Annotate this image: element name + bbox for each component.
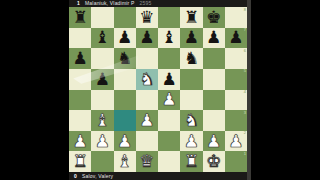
- piece-wB-b3[interactable]: ♝: [91, 110, 113, 131]
- square-f8[interactable]: ♜: [180, 7, 202, 28]
- square-a6[interactable]: ♟: [69, 48, 91, 69]
- square-g7[interactable]: ♟: [203, 28, 225, 49]
- square-e2[interactable]: [158, 131, 180, 152]
- square-g3[interactable]: [203, 110, 225, 131]
- square-f2[interactable]: ♟: [180, 131, 202, 152]
- piece-bP-b5[interactable]: ♟: [91, 69, 113, 90]
- square-d2[interactable]: [136, 131, 158, 152]
- piece-wP-e4[interactable]: ♟: [158, 90, 180, 111]
- piece-wQ-d1[interactable]: ♛: [136, 151, 158, 172]
- piece-wK-g1[interactable]: ♚: [203, 151, 225, 172]
- square-d4[interactable]: [136, 90, 158, 111]
- square-g2[interactable]: ♟: [203, 131, 225, 152]
- rank-label-4: 4: [244, 90, 246, 94]
- square-c4[interactable]: [114, 90, 136, 111]
- square-e6[interactable]: [158, 48, 180, 69]
- square-d6[interactable]: [136, 48, 158, 69]
- square-f7[interactable]: ♟: [180, 28, 202, 49]
- piece-bB-b7[interactable]: ♝: [91, 28, 113, 49]
- piece-wP-f2[interactable]: ♟: [180, 131, 202, 152]
- square-b5[interactable]: ♟: [91, 69, 113, 90]
- square-a3[interactable]: [69, 110, 91, 131]
- rank-label-3: 3: [244, 111, 246, 115]
- piece-bK-g8[interactable]: ♚: [203, 7, 225, 28]
- video-frame: 1 Malaniuk, Vladimir P 2595 ♜♛♜♚8♝♟♟♝♟♟7…: [0, 0, 320, 180]
- square-e1[interactable]: [158, 151, 180, 172]
- square-e8[interactable]: [158, 7, 180, 28]
- square-e4[interactable]: ♟: [158, 90, 180, 111]
- piece-wN-d5[interactable]: ♞: [136, 69, 158, 90]
- square-e5[interactable]: ♟: [158, 69, 180, 90]
- piece-bP-c7[interactable]: ♟: [114, 28, 136, 49]
- piece-wR-a1[interactable]: ♜: [69, 151, 91, 172]
- square-g8[interactable]: ♚: [203, 7, 225, 28]
- bottom-player-name: Salov, Valery: [82, 173, 113, 180]
- square-f4[interactable]: [180, 90, 202, 111]
- square-c8[interactable]: [114, 7, 136, 28]
- piece-wP-c2[interactable]: ♟: [114, 131, 136, 152]
- top-player-score: 1: [77, 0, 85, 7]
- piece-bP-g7[interactable]: ♟: [203, 28, 225, 49]
- square-c2[interactable]: ♟: [114, 131, 136, 152]
- piece-wP-g2[interactable]: ♟: [203, 131, 225, 152]
- rank-label-5: 5: [244, 69, 246, 73]
- rank-label-1: 1: [244, 152, 246, 156]
- piece-bN-c6[interactable]: ♞: [114, 48, 136, 69]
- square-h6[interactable]: 6: [225, 48, 247, 69]
- square-b1[interactable]: [91, 151, 113, 172]
- square-f6[interactable]: ♞: [180, 48, 202, 69]
- square-a4[interactable]: [69, 90, 91, 111]
- piece-wP-d3[interactable]: ♟: [136, 110, 158, 131]
- square-g6[interactable]: [203, 48, 225, 69]
- piece-wP-b2[interactable]: ♟: [91, 131, 113, 152]
- square-f5[interactable]: [180, 69, 202, 90]
- piece-bR-f8[interactable]: ♜: [180, 7, 202, 28]
- piece-bR-a8[interactable]: ♜: [69, 7, 91, 28]
- square-c1[interactable]: ♝: [114, 151, 136, 172]
- square-a2[interactable]: ♟: [69, 131, 91, 152]
- square-b7[interactable]: ♝: [91, 28, 113, 49]
- piece-bP-e5[interactable]: ♟: [158, 69, 180, 90]
- square-b2[interactable]: ♟: [91, 131, 113, 152]
- piece-bQ-d8[interactable]: ♛: [136, 7, 158, 28]
- chess-board[interactable]: ♜♛♜♚8♝♟♟♝♟♟7♟♟♞♞6♟♞♟5♟4♝♟♞3♟♟♟♟♟2♟♜♝♛♜♚1: [69, 7, 247, 172]
- letterbox-right: [251, 0, 320, 180]
- square-b3[interactable]: ♝: [91, 110, 113, 131]
- piece-bN-f6[interactable]: ♞: [180, 48, 202, 69]
- square-h2[interactable]: 2♟: [225, 131, 247, 152]
- square-a7[interactable]: [69, 28, 91, 49]
- square-f1[interactable]: ♜: [180, 151, 202, 172]
- square-d5[interactable]: ♞: [136, 69, 158, 90]
- piece-wP-h2[interactable]: ♟: [225, 131, 247, 152]
- square-h4[interactable]: 4: [225, 90, 247, 111]
- square-d8[interactable]: ♛: [136, 7, 158, 28]
- square-b6[interactable]: [91, 48, 113, 69]
- bottom-player-score: 0: [74, 173, 82, 180]
- square-d7[interactable]: ♟: [136, 28, 158, 49]
- piece-wB-c1[interactable]: ♝: [114, 151, 136, 172]
- square-h1[interactable]: 1: [225, 151, 247, 172]
- bottom-player-bar: 0 Salov, Valery: [69, 172, 247, 180]
- square-e3[interactable]: [158, 110, 180, 131]
- square-g4[interactable]: [203, 90, 225, 111]
- top-player-rating: 2595: [140, 0, 152, 7]
- piece-bP-a6[interactable]: ♟: [69, 48, 91, 69]
- piece-bP-f7[interactable]: ♟: [180, 28, 202, 49]
- square-h3[interactable]: 3: [225, 110, 247, 131]
- rank-label-8: 8: [244, 8, 246, 12]
- piece-wP-a2[interactable]: ♟: [69, 131, 91, 152]
- piece-bP-d7[interactable]: ♟: [136, 28, 158, 49]
- square-c6[interactable]: ♞: [114, 48, 136, 69]
- video-edge-strip: [247, 0, 251, 180]
- square-g5[interactable]: [203, 69, 225, 90]
- square-h8[interactable]: 8: [225, 7, 247, 28]
- square-c7[interactable]: ♟: [114, 28, 136, 49]
- piece-wN-f3[interactable]: ♞: [180, 110, 202, 131]
- square-c5[interactable]: [114, 69, 136, 90]
- square-f3[interactable]: ♞: [180, 110, 202, 131]
- square-b4[interactable]: [91, 90, 113, 111]
- square-a5[interactable]: [69, 69, 91, 90]
- square-a8[interactable]: ♜: [69, 7, 91, 28]
- square-h7[interactable]: 7♟: [225, 28, 247, 49]
- square-d1[interactable]: ♛: [136, 151, 158, 172]
- piece-wR-f1[interactable]: ♜: [180, 151, 202, 172]
- square-e7[interactable]: ♝: [158, 28, 180, 49]
- rank-label-6: 6: [244, 49, 246, 53]
- square-g1[interactable]: ♚: [203, 151, 225, 172]
- piece-bP-h7[interactable]: ♟: [225, 28, 247, 49]
- top-player-name: Malaniuk, Vladimir P: [85, 0, 135, 7]
- square-b8[interactable]: [91, 7, 113, 28]
- square-c3[interactable]: [114, 110, 136, 131]
- square-h5[interactable]: 5: [225, 69, 247, 90]
- square-a1[interactable]: ♜: [69, 151, 91, 172]
- square-d3[interactable]: ♟: [136, 110, 158, 131]
- piece-bB-e7[interactable]: ♝: [158, 28, 180, 49]
- letterbox-left: [0, 0, 69, 180]
- top-player-bar: 1 Malaniuk, Vladimir P 2595: [69, 0, 247, 7]
